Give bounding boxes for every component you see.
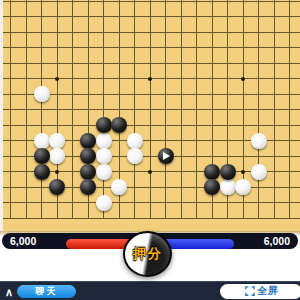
white-stone bbox=[111, 179, 127, 195]
grid-line-horizontal bbox=[0, 125, 300, 126]
star-point bbox=[55, 170, 59, 174]
white-stone bbox=[34, 133, 50, 149]
white-stone bbox=[235, 179, 251, 195]
board-left-margin bbox=[0, 0, 3, 233]
white-stone bbox=[96, 164, 112, 180]
grid-line-horizontal bbox=[0, 1, 300, 2]
white-stone bbox=[127, 148, 143, 164]
white-stone bbox=[49, 133, 65, 149]
star-point bbox=[148, 77, 152, 81]
grid-line-horizontal bbox=[0, 202, 300, 203]
fullscreen-label: 全屏 bbox=[258, 284, 278, 298]
right-score: 6,000 bbox=[264, 233, 290, 249]
grid-line-horizontal bbox=[0, 218, 300, 219]
fullscreen-icon bbox=[245, 286, 255, 296]
bet-button[interactable]: 押分 bbox=[123, 231, 172, 277]
white-stone bbox=[49, 148, 65, 164]
white-stone bbox=[251, 133, 267, 149]
grid-line-horizontal bbox=[0, 32, 300, 33]
black-stone bbox=[49, 179, 65, 195]
black-stone bbox=[204, 179, 220, 195]
white-stone bbox=[251, 164, 267, 180]
chat-button[interactable]: 聊天 bbox=[17, 285, 76, 298]
game-screen: 6,000 6,000 押分 ∧ 聊天 全屏 bbox=[0, 0, 300, 300]
black-stone bbox=[80, 148, 96, 164]
black-stone bbox=[220, 164, 236, 180]
black-stone bbox=[80, 179, 96, 195]
bottom-bar: ∧ 聊天 全屏 bbox=[0, 281, 300, 300]
black-stone bbox=[34, 164, 50, 180]
black-stone bbox=[80, 133, 96, 149]
white-stone bbox=[34, 86, 50, 102]
star-point bbox=[241, 77, 245, 81]
black-stone bbox=[204, 164, 220, 180]
white-stone bbox=[96, 195, 112, 211]
left-score: 6,000 bbox=[10, 233, 36, 249]
grid-line-horizontal bbox=[0, 63, 300, 64]
white-stone bbox=[220, 179, 236, 195]
black-stone bbox=[80, 164, 96, 180]
grid-line-horizontal bbox=[0, 16, 300, 17]
black-stone bbox=[34, 148, 50, 164]
star-point bbox=[55, 77, 59, 81]
chevron-up-icon[interactable]: ∧ bbox=[5, 283, 13, 300]
black-stone bbox=[158, 148, 174, 164]
grid-line-horizontal bbox=[0, 109, 300, 110]
white-stone bbox=[96, 133, 112, 149]
black-stone bbox=[111, 117, 127, 133]
star-point bbox=[241, 170, 245, 174]
white-stone bbox=[127, 133, 143, 149]
fullscreen-button[interactable]: 全屏 bbox=[220, 284, 300, 299]
star-point bbox=[148, 170, 152, 174]
last-move-marker bbox=[163, 152, 170, 160]
chat-button-label: 聊天 bbox=[36, 285, 58, 298]
bet-button-label: 押分 bbox=[133, 245, 162, 263]
grid-line-horizontal bbox=[0, 187, 300, 188]
black-stone bbox=[96, 117, 112, 133]
go-board[interactable] bbox=[0, 0, 300, 233]
white-stone bbox=[96, 148, 112, 164]
grid-line-horizontal bbox=[0, 47, 300, 48]
